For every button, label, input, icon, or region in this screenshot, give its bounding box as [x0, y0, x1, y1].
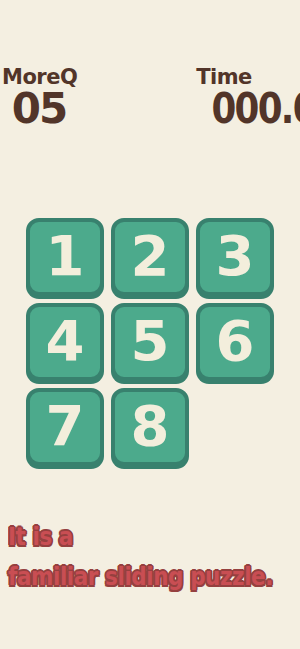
- puzzle-board: 12345678: [26, 218, 274, 466]
- tile-3[interactable]: 3: [196, 218, 274, 296]
- time-value: 000.0: [211, 90, 300, 128]
- tile-2[interactable]: 2: [111, 218, 189, 296]
- caption-line-1: It is a: [8, 518, 73, 555]
- empty-cell: [196, 388, 274, 466]
- moves-counter: MoreQ 05: [2, 64, 76, 128]
- tile-6[interactable]: 6: [196, 303, 274, 381]
- header: MoreQ 05 Time 000.0: [0, 64, 300, 128]
- time-counter: Time 000.0: [193, 64, 295, 128]
- tile-1[interactable]: 1: [26, 218, 104, 296]
- moves-value: 05: [2, 90, 76, 128]
- tile-7[interactable]: 7: [26, 388, 104, 466]
- caption: It is a familiar sliding puzzle.: [8, 518, 300, 598]
- tile-4[interactable]: 4: [26, 303, 104, 381]
- tile-8[interactable]: 8: [111, 388, 189, 466]
- caption-line-2: familiar sliding puzzle.: [8, 558, 273, 595]
- tile-5[interactable]: 5: [111, 303, 189, 381]
